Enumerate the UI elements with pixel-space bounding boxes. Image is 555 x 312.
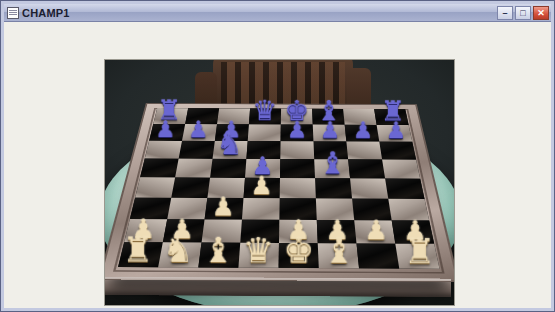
white-pawn-g2[interactable]: ♟ (356, 216, 395, 245)
square-e5[interactable] (280, 159, 315, 178)
square-b1[interactable]: ♞ (158, 242, 201, 267)
black-bishop-f5[interactable]: ♝ (315, 147, 350, 179)
square-g7[interactable]: ♟ (344, 125, 379, 142)
square-f7[interactable]: ♟ (312, 125, 346, 142)
square-h1[interactable]: ♜ (395, 244, 439, 269)
black-pawn-g7[interactable]: ♟ (346, 118, 379, 143)
square-d8[interactable]: ♛ (248, 109, 280, 125)
white-queen-d1[interactable]: ♛ (238, 232, 278, 269)
document-icon (7, 7, 19, 19)
square-a1[interactable]: ♜ (118, 242, 163, 267)
square-b6[interactable] (178, 141, 214, 159)
square-b7[interactable]: ♟ (182, 124, 217, 141)
square-c5[interactable] (210, 159, 246, 178)
white-pawn-d4[interactable]: ♟ (243, 172, 279, 199)
chess-board[interactable]: ♜♛♚♝♜♟♟♟♟♟♟♟♞♟♝♟♟♟♟♟♟♟♟♜♞♝♛♚♝♜ (118, 108, 439, 269)
white-rook-h1[interactable]: ♜ (399, 233, 440, 270)
minimize-button[interactable]: – (497, 6, 513, 20)
white-bishop-f1[interactable]: ♝ (318, 233, 358, 270)
app-window: CHAMP1 – □ ✕ ♜♛♚♝♜♟♟♟♟♟♟♟♞♟♝♟♟♟♟♟♟♟♟♜♞♝♛… (0, 0, 555, 312)
white-knight-b1[interactable]: ♞ (157, 232, 197, 269)
white-rook-a1[interactable]: ♜ (117, 232, 157, 269)
square-e1[interactable]: ♚ (278, 243, 318, 268)
black-pawn-h7[interactable]: ♟ (379, 118, 412, 143)
square-g6[interactable] (346, 142, 382, 160)
maximize-button[interactable]: □ (515, 6, 531, 20)
square-e4[interactable] (279, 178, 315, 198)
close-button[interactable]: ✕ (533, 6, 549, 20)
black-queen-d8[interactable]: ♛ (248, 96, 280, 125)
chess-scene: ♜♛♚♝♜♟♟♟♟♟♟♟♞♟♝♟♟♟♟♟♟♟♟♜♞♝♛♚♝♜ (104, 59, 455, 306)
square-g2[interactable]: ♟ (354, 220, 395, 243)
white-pawn-c3[interactable]: ♟ (204, 193, 242, 221)
square-d4[interactable]: ♟ (243, 178, 279, 198)
black-knight-c6[interactable]: ♞ (212, 129, 246, 160)
window-title: CHAMP1 (22, 7, 495, 19)
square-f1[interactable]: ♝ (317, 243, 358, 268)
square-f5[interactable]: ♝ (314, 159, 350, 178)
square-g4[interactable] (350, 178, 388, 198)
board-front-rail (104, 277, 455, 298)
square-g5[interactable] (348, 159, 385, 178)
square-h4[interactable] (385, 179, 424, 199)
square-d3[interactable] (241, 198, 279, 220)
square-e6[interactable] (280, 141, 314, 159)
square-b5[interactable] (175, 159, 212, 178)
square-e7[interactable]: ♟ (280, 124, 313, 141)
square-a7[interactable]: ♟ (149, 124, 185, 141)
square-h7[interactable]: ♟ (376, 125, 412, 142)
square-a6[interactable] (144, 141, 181, 159)
square-a4[interactable] (135, 177, 175, 197)
square-c3[interactable]: ♟ (204, 198, 243, 220)
square-c6[interactable]: ♞ (212, 141, 247, 159)
square-c1[interactable]: ♝ (198, 243, 240, 268)
square-h6[interactable] (379, 142, 416, 160)
square-d7[interactable] (247, 124, 280, 141)
black-pawn-a7[interactable]: ♟ (148, 117, 181, 142)
white-king-e1[interactable]: ♚ (278, 233, 318, 270)
square-d1[interactable]: ♛ (238, 243, 279, 268)
square-h5[interactable] (382, 160, 420, 179)
white-bishop-c1[interactable]: ♝ (198, 232, 238, 269)
black-pawn-b7[interactable]: ♟ (181, 117, 214, 142)
square-a5[interactable] (140, 158, 178, 177)
square-g1[interactable] (356, 243, 399, 268)
black-pawn-e7[interactable]: ♟ (280, 118, 313, 143)
black-pawn-f7[interactable]: ♟ (313, 118, 346, 143)
square-f4[interactable] (315, 178, 352, 198)
title-bar[interactable]: CHAMP1 – □ ✕ (4, 4, 551, 22)
client-area: ♜♛♚♝♜♟♟♟♟♟♟♟♞♟♝♟♟♟♟♟♟♟♟♜♞♝♛♚♝♜ (4, 22, 551, 308)
board-grid: ♜♛♚♝♜♟♟♟♟♟♟♟♞♟♝♟♟♟♟♟♟♟♟♜♞♝♛♚♝♜ (118, 108, 439, 269)
